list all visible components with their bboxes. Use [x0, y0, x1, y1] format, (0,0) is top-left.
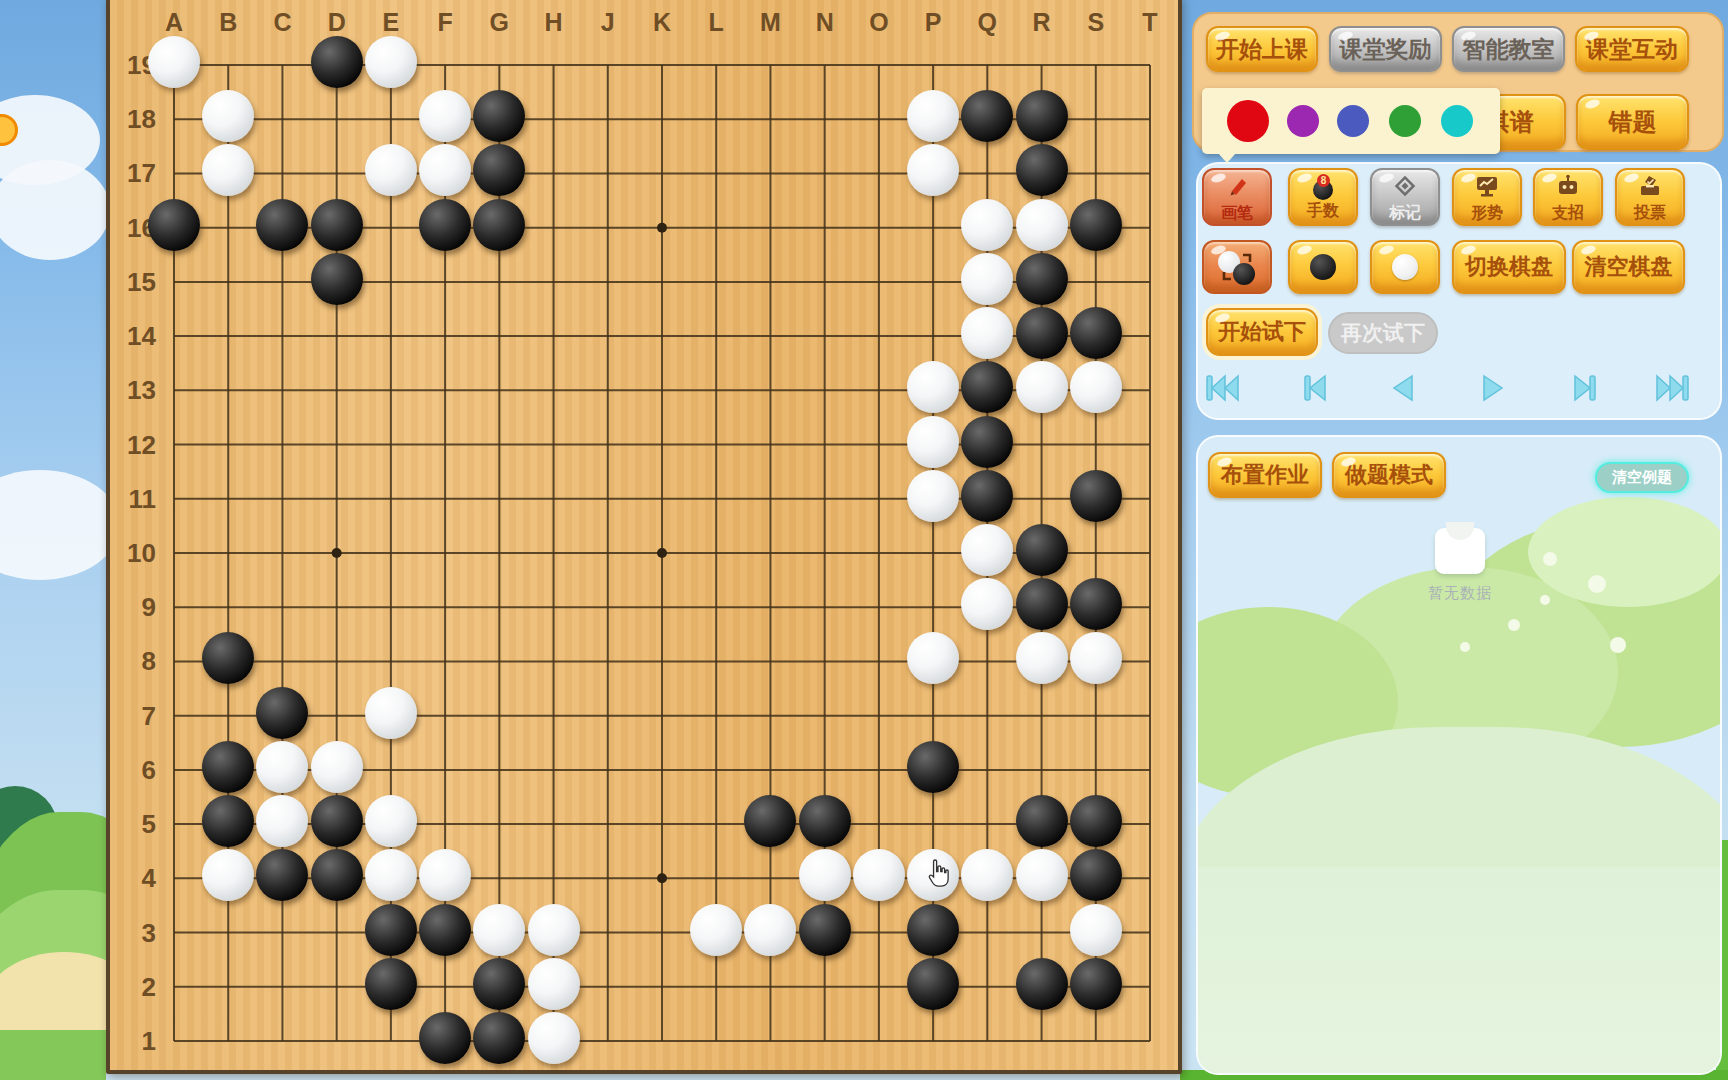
stone-white-L3: [690, 904, 742, 956]
row-label-15: 15: [118, 267, 156, 298]
star-point: [657, 873, 667, 883]
black-stone-icon: [1310, 254, 1336, 280]
stone-black-S9: [1070, 578, 1122, 630]
stone-black-P2: [907, 958, 959, 1010]
row-label-18: 18: [118, 104, 156, 135]
swap-stone-color-button[interactable]: [1202, 240, 1272, 294]
stone-white-Q16: [961, 199, 1013, 251]
tool-label: 手数: [1307, 201, 1339, 222]
stone-black-R9: [1016, 578, 1068, 630]
stone-white-E5: [365, 795, 417, 847]
col-label-F: F: [425, 8, 465, 37]
stone-white-G3: [473, 904, 525, 956]
stone-white-E7: [365, 687, 417, 739]
stone-white-P18: [907, 90, 959, 142]
problem-mode-button[interactable]: 做题模式: [1332, 452, 1446, 498]
place-black-stone-button[interactable]: [1288, 240, 1358, 294]
stone-black-C16: [256, 199, 308, 251]
stone-white-P11: [907, 470, 959, 522]
retry-trial-move-button[interactable]: 再次试下: [1328, 312, 1438, 354]
stone-black-A16: [148, 199, 200, 251]
stone-white-F18: [419, 90, 471, 142]
start-trial-move-button[interactable]: 开始试下: [1206, 308, 1318, 356]
step-forward-button[interactable]: [1565, 371, 1605, 405]
stone-white-Q10: [961, 524, 1013, 576]
tool-label: 画笔: [1221, 203, 1253, 224]
hill: [0, 1030, 106, 1080]
stone-black-P3: [907, 904, 959, 956]
stone-black-G1: [473, 1012, 525, 1064]
col-label-G: G: [479, 8, 519, 37]
pencil-icon: [1224, 174, 1250, 202]
empty-state: 暂无数据: [1400, 528, 1520, 603]
territory-icon: [1474, 174, 1500, 202]
col-label-C: C: [262, 8, 302, 37]
play-forward-icon: [1479, 372, 1509, 404]
swap-stones-icon: [1217, 247, 1257, 287]
col-label-D: D: [317, 8, 357, 37]
col-label-Q: Q: [967, 8, 1007, 37]
col-label-P: P: [913, 8, 953, 37]
hill: [1196, 867, 1722, 1075]
row-label-10: 10: [118, 538, 156, 569]
pen-color-0-selected[interactable]: [1227, 100, 1269, 142]
pen-color-2[interactable]: [1337, 105, 1369, 137]
stone-black-Q12: [961, 416, 1013, 468]
stone-black-F1: [419, 1012, 471, 1064]
stone-white-Q15: [961, 253, 1013, 305]
stone-white-E4: [365, 849, 417, 901]
stone-white-R4: [1016, 849, 1068, 901]
col-label-H: H: [534, 8, 574, 37]
row-label-8: 8: [118, 646, 156, 677]
stone-white-N4: [799, 849, 851, 901]
bush: [1528, 497, 1722, 607]
stone-white-R8: [1016, 632, 1068, 684]
stone-white-S13: [1070, 361, 1122, 413]
stone-black-S5: [1070, 795, 1122, 847]
star-point: [332, 548, 342, 558]
star-point: [657, 223, 667, 233]
row-label-2: 2: [118, 972, 156, 1003]
stone-black-P6: [907, 741, 959, 793]
tool-label: 支招: [1552, 203, 1584, 224]
stone-black-S11: [1070, 470, 1122, 522]
stone-black-R18: [1016, 90, 1068, 142]
stone-black-E3: [365, 904, 417, 956]
col-label-B: B: [208, 8, 248, 37]
hint-tool-button[interactable]: 支招: [1533, 168, 1603, 226]
stone-white-O4: [853, 849, 905, 901]
col-label-J: J: [588, 8, 628, 37]
territory-tool-button[interactable]: 形势: [1452, 168, 1522, 226]
stone-black-D16: [311, 199, 363, 251]
stone-black-N3: [799, 904, 851, 956]
start-class-button[interactable]: 开始上课: [1206, 26, 1318, 72]
tool-label: 标记: [1389, 203, 1421, 224]
skip-end-icon: [1653, 372, 1691, 404]
step-back-button[interactable]: [1295, 371, 1335, 405]
skip-start-icon: [1204, 372, 1242, 404]
stone-white-H2: [528, 958, 580, 1010]
col-label-T: T: [1130, 8, 1170, 37]
white-stone-icon: [1392, 254, 1418, 280]
stone-black-N5: [799, 795, 851, 847]
smart-classroom-button[interactable]: 智能教室: [1452, 26, 1565, 72]
pen-color-1[interactable]: [1287, 105, 1319, 137]
empty-tray-icon: [1435, 528, 1485, 574]
stone-black-R5: [1016, 795, 1068, 847]
row-label-4: 4: [118, 863, 156, 894]
stone-white-R13: [1016, 361, 1068, 413]
star-point: [657, 548, 667, 558]
col-label-L: L: [696, 8, 736, 37]
col-label-K: K: [642, 8, 682, 37]
row-label-7: 7: [118, 701, 156, 732]
row-label-9: 9: [118, 592, 156, 623]
row-label-3: 3: [118, 918, 156, 949]
stone-black-R2: [1016, 958, 1068, 1010]
assign-homework-button[interactable]: 布置作业: [1208, 452, 1322, 498]
tool-label: 形势: [1471, 203, 1503, 224]
pen-color-3[interactable]: [1389, 105, 1421, 137]
stone-white-A19: [148, 36, 200, 88]
stone-white-C6: [256, 741, 308, 793]
stone-black-R10: [1016, 524, 1068, 576]
mark-tool-button[interactable]: 标记: [1370, 168, 1440, 226]
stone-black-D5: [311, 795, 363, 847]
play-forward-button[interactable]: [1474, 371, 1514, 405]
row-label-12: 12: [118, 430, 156, 461]
move-number-tool-button[interactable]: 8 手数: [1288, 168, 1358, 226]
col-label-O: O: [859, 8, 899, 37]
stone-black-B6: [202, 741, 254, 793]
col-label-A: A: [154, 8, 194, 37]
stone-white-R16: [1016, 199, 1068, 251]
play-back-icon: [1387, 372, 1417, 404]
col-label-S: S: [1076, 8, 1116, 37]
stone-black-R17: [1016, 144, 1068, 196]
pen-color-4[interactable]: [1441, 105, 1473, 137]
mark-icon: [1393, 174, 1417, 202]
stone-black-F16: [419, 199, 471, 251]
pen-tool-button[interactable]: 画笔: [1202, 168, 1272, 226]
switch-board-button[interactable]: 切换棋盘: [1452, 240, 1566, 294]
class-interaction-button[interactable]: 课堂互动: [1575, 26, 1689, 72]
stone-white-E17: [365, 144, 417, 196]
stone-white-E19: [365, 36, 417, 88]
pen-color-palette: [1202, 88, 1500, 154]
move-number-icon: 8: [1311, 176, 1335, 200]
class-reward-button[interactable]: 课堂奖励: [1329, 26, 1442, 72]
stone-black-G2: [473, 958, 525, 1010]
skip-to-end-button[interactable]: [1652, 371, 1692, 405]
stone-white-D6: [311, 741, 363, 793]
stone-black-G16: [473, 199, 525, 251]
row-label-1: 1: [118, 1026, 156, 1057]
step-forward-icon: [1568, 372, 1602, 404]
stone-white-P12: [907, 416, 959, 468]
vote-tool-button[interactable]: 投票: [1615, 168, 1685, 226]
mouse-cursor: [921, 858, 951, 896]
stone-black-E2: [365, 958, 417, 1010]
row-label-6: 6: [118, 755, 156, 786]
col-label-E: E: [371, 8, 411, 37]
go-board[interactable]: ABCDEFGHJKLMNOPQRST191817161514131211109…: [106, 0, 1182, 1074]
empty-state-text: 暂无数据: [1400, 584, 1520, 603]
stone-black-R14: [1016, 307, 1068, 359]
hint-icon: [1555, 174, 1581, 202]
cloud: [0, 160, 106, 260]
col-label-R: R: [1022, 8, 1062, 37]
stone-black-S4: [1070, 849, 1122, 901]
col-label-M: M: [750, 8, 790, 37]
stone-white-H3: [528, 904, 580, 956]
stone-black-B5: [202, 795, 254, 847]
row-label-17: 17: [118, 158, 156, 189]
tool-label: 投票: [1634, 203, 1666, 224]
stone-black-D19: [311, 36, 363, 88]
stone-black-D15: [311, 253, 363, 305]
skip-to-start-button[interactable]: [1203, 371, 1243, 405]
stone-black-S2: [1070, 958, 1122, 1010]
stone-black-Q11: [961, 470, 1013, 522]
left-scenery: [0, 0, 106, 1080]
row-label-14: 14: [118, 321, 156, 352]
row-label-11: 11: [118, 484, 156, 515]
clear-example-button[interactable]: 清空例题: [1595, 462, 1689, 493]
clear-board-button[interactable]: 清空棋盘: [1572, 240, 1685, 294]
stone-black-S16: [1070, 199, 1122, 251]
cloud: [0, 470, 106, 580]
stone-black-S14: [1070, 307, 1122, 359]
play-back-button[interactable]: [1382, 371, 1422, 405]
stone-black-F3: [419, 904, 471, 956]
stone-white-S3: [1070, 904, 1122, 956]
col-label-N: N: [805, 8, 845, 37]
row-label-13: 13: [118, 375, 156, 406]
step-back-icon: [1298, 372, 1332, 404]
stone-black-R15: [1016, 253, 1068, 305]
stone-black-D4: [311, 849, 363, 901]
place-white-stone-button[interactable]: [1370, 240, 1440, 294]
vote-icon: [1637, 174, 1663, 202]
stone-white-M3: [744, 904, 796, 956]
row-label-5: 5: [118, 809, 156, 840]
wrong-questions-button[interactable]: 错题: [1576, 94, 1689, 150]
stone-black-C7: [256, 687, 308, 739]
stone-white-H1: [528, 1012, 580, 1064]
stone-white-S8: [1070, 632, 1122, 684]
